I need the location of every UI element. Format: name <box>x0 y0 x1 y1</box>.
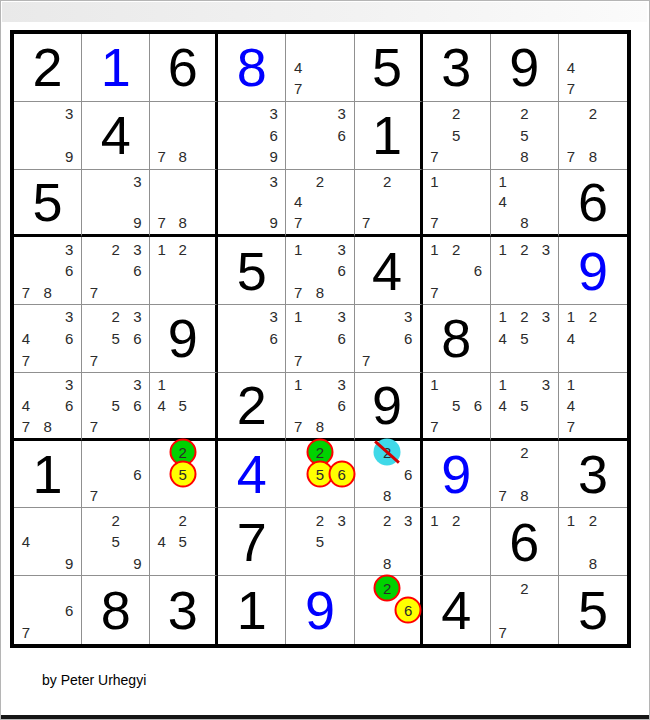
candidate-1: 1 <box>492 171 514 192</box>
candidate-8: 8 <box>37 282 59 304</box>
candidate-3: 3 <box>263 171 285 192</box>
cell-r7c6[interactable]: 268 <box>355 441 423 509</box>
candidate-8: 8 <box>582 553 604 575</box>
candidate-1: 1 <box>492 306 514 328</box>
solved-digit: 9 <box>578 244 608 298</box>
pencil-marks: 27 <box>492 577 557 643</box>
candidate-2: 2 <box>172 509 193 531</box>
candidate-3: 3 <box>331 238 353 260</box>
cell-r2c4[interactable]: 369 <box>218 102 286 170</box>
pencil-marks: 12345 <box>492 306 557 371</box>
candidate-1: 1 <box>151 238 172 260</box>
cell-r5c9[interactable]: 124 <box>559 305 627 373</box>
given-digit: 3 <box>441 40 471 94</box>
candidate-5: 5 <box>445 395 467 416</box>
cell-r8c6[interactable]: 238 <box>355 508 423 576</box>
candidate-1: 1 <box>560 374 582 395</box>
candidate-5: 5 <box>445 124 467 146</box>
candidate-5: 5 <box>309 531 331 553</box>
candidate-8: 8 <box>37 416 59 437</box>
candidate-7: 7 <box>15 349 37 371</box>
candidate-1: 1 <box>492 374 514 395</box>
cell-r1c2[interactable]: 1 <box>82 34 150 102</box>
candidate-3: 3 <box>58 306 80 328</box>
pencil-marks: 257 <box>424 103 489 168</box>
candidate-5: 5 <box>105 395 127 416</box>
pencil-marks: 23567 <box>83 306 148 371</box>
candidate-1: 1 <box>492 238 514 260</box>
cell-r3c5[interactable]: 247 <box>286 170 354 238</box>
given-digit: 8 <box>441 311 471 365</box>
solved-digit: 1 <box>101 40 131 94</box>
candidate-5: 5 <box>513 395 535 416</box>
candidate-6: 6 <box>127 328 149 350</box>
cell-r3c8[interactable]: 148 <box>491 170 559 238</box>
cell-r8c5[interactable]: 235 <box>286 508 354 576</box>
pencil-marks: 39 <box>83 171 148 234</box>
cell-r6c8[interactable]: 1345 <box>491 373 559 441</box>
cell-r7c5[interactable]: 256 <box>286 441 354 509</box>
cell-r2c5[interactable]: 36 <box>286 102 354 170</box>
candidate-2: 2 <box>513 103 535 125</box>
pencil-marks: 27 <box>356 171 419 234</box>
given-digit: 9 <box>168 311 198 365</box>
candidate-7: 7 <box>287 212 309 233</box>
candidate-5: 5 <box>513 328 535 350</box>
candidate-1: 1 <box>560 306 582 328</box>
candidate-6: 6 <box>127 260 149 282</box>
given-digit: 1 <box>33 447 63 501</box>
candidate-7: 7 <box>287 78 309 100</box>
pencil-marks: 3467 <box>15 306 80 371</box>
given-digit: 6 <box>578 175 608 229</box>
candidate-7: 7 <box>356 349 377 371</box>
candidate-5: 5 <box>172 395 193 416</box>
candidate-2: 2 <box>105 509 127 531</box>
candidate-9: 9 <box>58 146 80 168</box>
candidate-8: 8 <box>513 212 535 233</box>
cell-r4c8[interactable]: 123 <box>491 237 559 305</box>
candidate-6: 6 <box>467 260 489 282</box>
pencil-marks: 1567 <box>424 374 489 437</box>
cell-r6c2[interactable]: 3567 <box>82 373 150 441</box>
given-digit: 3 <box>168 583 198 637</box>
candidate-5: 5 <box>105 328 127 350</box>
candidate-9: 9 <box>127 212 149 233</box>
pencil-marks: 3678 <box>15 238 80 303</box>
pencil-marks: 47 <box>287 35 352 100</box>
candidate-8: 8 <box>309 282 331 304</box>
pencil-marks: 1267 <box>424 238 489 303</box>
candidate-8: 8 <box>377 485 398 507</box>
cell-r5c4[interactable]: 36 <box>218 305 286 373</box>
candidate-2-cyan-eliminated: 2 <box>377 442 398 464</box>
pencil-marks: 245 <box>151 509 214 574</box>
candidate-6: 6 <box>398 328 419 350</box>
pencil-marks: 13678 <box>287 238 352 303</box>
pencil-marks: 256 <box>287 442 352 507</box>
candidate-6: 6 <box>58 599 80 621</box>
candidate-6-yellow-circle: 6 <box>398 599 419 621</box>
given-digit: 4 <box>372 244 402 298</box>
pencil-marks: 148 <box>492 171 557 234</box>
cell-r8c3[interactable]: 245 <box>150 508 218 576</box>
cell-r7c8[interactable]: 278 <box>491 441 559 509</box>
candidate-7: 7 <box>151 146 172 168</box>
pencil-marks: 17 <box>424 171 489 234</box>
pencil-marks: 67 <box>15 577 80 643</box>
given-digit: 6 <box>509 515 539 569</box>
cell-r7c9[interactable]: 3 <box>559 441 627 509</box>
pencil-marks: 259 <box>83 509 148 574</box>
cell-r5c3[interactable]: 9 <box>150 305 218 373</box>
candidate-7: 7 <box>151 212 172 233</box>
candidate-3: 3 <box>535 374 557 395</box>
cell-r1c1[interactable]: 2 <box>14 34 82 102</box>
candidate-2-green-circle: 2 <box>377 577 398 599</box>
elimination-strike <box>374 441 400 465</box>
cell-r4c2[interactable]: 2367 <box>82 237 150 305</box>
candidate-6: 6 <box>331 328 353 350</box>
candidate-7: 7 <box>15 416 37 437</box>
candidate-4: 4 <box>492 395 514 416</box>
cell-r9c6[interactable]: 26 <box>355 576 423 644</box>
candidate-2: 2 <box>582 509 604 531</box>
candidate-7: 7 <box>287 416 309 437</box>
candidate-7: 7 <box>492 485 514 507</box>
cell-r8c9[interactable]: 128 <box>559 508 627 576</box>
candidate-2: 2 <box>513 442 535 464</box>
candidate-4: 4 <box>492 328 514 350</box>
pencil-marks: 145 <box>151 374 214 437</box>
candidate-2: 2 <box>105 306 127 328</box>
solved-digit: 9 <box>441 447 471 501</box>
pencil-marks: 26 <box>356 577 419 643</box>
candidate-6-yellow-circle: 6 <box>331 463 353 485</box>
candidate-7: 7 <box>492 621 514 643</box>
cell-r1c4[interactable]: 8 <box>218 34 286 102</box>
cell-r3c3[interactable]: 78 <box>150 170 218 238</box>
candidate-5-yellow-circle: 5 <box>172 463 193 485</box>
given-digit: 4 <box>441 583 471 637</box>
candidate-7: 7 <box>83 282 105 304</box>
pencil-marks: 36 <box>219 306 284 371</box>
candidate-5: 5 <box>513 124 535 146</box>
pencil-marks: 278 <box>560 103 626 168</box>
cell-r1c5[interactable]: 47 <box>286 34 354 102</box>
pencil-marks: 78 <box>151 103 214 168</box>
candidate-6: 6 <box>263 328 285 350</box>
candidate-6: 6 <box>331 124 353 146</box>
candidate-1: 1 <box>424 171 446 192</box>
candidate-8: 8 <box>172 212 193 233</box>
cell-r6c3[interactable]: 145 <box>150 373 218 441</box>
cell-r5c2[interactable]: 23567 <box>82 305 150 373</box>
cell-r6c5[interactable]: 13678 <box>286 373 354 441</box>
cell-r5c7[interactable]: 8 <box>423 305 491 373</box>
cell-r9c9[interactable]: 5 <box>559 576 627 644</box>
candidate-2: 2 <box>445 238 467 260</box>
given-digit: 1 <box>372 108 402 162</box>
cell-r2c8[interactable]: 258 <box>491 102 559 170</box>
cell-r8c1[interactable]: 49 <box>14 508 82 576</box>
pencil-marks: 39 <box>15 103 80 168</box>
candidate-4: 4 <box>151 395 172 416</box>
cell-r7c1[interactable]: 1 <box>14 441 82 509</box>
cell-r8c7[interactable]: 12 <box>423 508 491 576</box>
cell-r9c7[interactable]: 4 <box>423 576 491 644</box>
candidate-7: 7 <box>424 416 446 437</box>
candidate-6: 6 <box>127 395 149 416</box>
cell-r3c6[interactable]: 27 <box>355 170 423 238</box>
pencil-marks: 258 <box>492 103 557 168</box>
pencil-marks: 78 <box>151 171 214 234</box>
candidate-9: 9 <box>127 553 149 575</box>
pencil-marks: 49 <box>15 509 80 574</box>
candidate-7: 7 <box>424 146 446 168</box>
candidate-6: 6 <box>58 328 80 350</box>
pencil-marks: 3567 <box>83 374 148 437</box>
candidate-2: 2 <box>513 238 535 260</box>
given-digit: 9 <box>372 378 402 432</box>
cell-r2c2[interactable]: 4 <box>82 102 150 170</box>
pencil-marks: 47 <box>560 35 626 100</box>
pencil-marks: 2367 <box>83 238 148 303</box>
candidate-9: 9 <box>263 212 285 233</box>
pencil-marks: 128 <box>560 509 626 574</box>
cell-r3c4[interactable]: 39 <box>218 170 286 238</box>
cell-r2c1[interactable]: 39 <box>14 102 82 170</box>
candidate-1: 1 <box>151 374 172 395</box>
cell-r6c9[interactable]: 147 <box>559 373 627 441</box>
cell-r3c9[interactable]: 6 <box>559 170 627 238</box>
candidate-3: 3 <box>398 306 419 328</box>
candidate-8: 8 <box>582 146 604 168</box>
pencil-marks: 367 <box>356 306 419 371</box>
candidate-3: 3 <box>127 238 149 260</box>
candidate-7: 7 <box>424 282 446 304</box>
candidate-9: 9 <box>263 146 285 168</box>
given-digit: 5 <box>372 40 402 94</box>
cell-r3c1[interactable]: 5 <box>14 170 82 238</box>
candidate-7: 7 <box>15 621 37 643</box>
candidate-7: 7 <box>356 212 377 233</box>
pencil-marks: 1367 <box>287 306 352 371</box>
cell-r4c7[interactable]: 1267 <box>423 237 491 305</box>
cell-r1c7[interactable]: 3 <box>423 34 491 102</box>
cell-r6c1[interactable]: 34678 <box>14 373 82 441</box>
cell-r3c7[interactable]: 17 <box>423 170 491 238</box>
cell-r4c6[interactable]: 4 <box>355 237 423 305</box>
candidate-8: 8 <box>377 553 398 575</box>
candidate-6: 6 <box>331 260 353 282</box>
cell-r9c3[interactable]: 3 <box>150 576 218 644</box>
cell-r2c6[interactable]: 1 <box>355 102 423 170</box>
cell-r9c8[interactable]: 27 <box>491 576 559 644</box>
candidate-3: 3 <box>331 374 353 395</box>
candidate-4: 4 <box>287 57 309 79</box>
candidate-7: 7 <box>287 282 309 304</box>
cell-r8c4[interactable]: 7 <box>218 508 286 576</box>
candidate-4: 4 <box>560 328 582 350</box>
given-digit: 5 <box>237 244 267 298</box>
cell-r9c1[interactable]: 67 <box>14 576 82 644</box>
pencil-marks: 34678 <box>15 374 80 437</box>
candidate-2: 2 <box>513 577 535 599</box>
given-digit: 2 <box>33 40 63 94</box>
pencil-marks: 12 <box>151 238 214 303</box>
cell-r2c9[interactable]: 278 <box>559 102 627 170</box>
candidate-7: 7 <box>287 349 309 371</box>
pencil-marks: 36 <box>287 103 352 168</box>
candidate-2: 2 <box>309 509 331 531</box>
candidate-5: 5 <box>172 531 193 553</box>
candidate-6: 6 <box>263 124 285 146</box>
given-digit: 9 <box>509 40 539 94</box>
given-digit: 5 <box>578 583 608 637</box>
candidate-2: 2 <box>105 238 127 260</box>
cell-r4c4[interactable]: 5 <box>218 237 286 305</box>
cell-r6c7[interactable]: 1567 <box>423 373 491 441</box>
candidate-2: 2 <box>377 171 398 192</box>
candidate-6: 6 <box>127 463 149 485</box>
candidate-4: 4 <box>15 531 37 553</box>
pencil-marks: 268 <box>356 442 419 507</box>
pencil-marks: 25 <box>151 442 214 507</box>
candidate-4: 4 <box>287 191 309 212</box>
candidate-3: 3 <box>263 103 285 125</box>
pencil-marks: 123 <box>492 238 557 303</box>
cell-r4c9[interactable]: 9 <box>559 237 627 305</box>
cell-r1c3[interactable]: 6 <box>150 34 218 102</box>
pencil-marks: 235 <box>287 509 352 574</box>
pencil-marks: 12 <box>424 509 489 574</box>
candidate-3: 3 <box>58 238 80 260</box>
pencil-marks: 39 <box>219 171 284 234</box>
candidate-3: 3 <box>331 306 353 328</box>
candidate-8: 8 <box>513 485 535 507</box>
cell-r5c5[interactable]: 1367 <box>286 305 354 373</box>
cell-r7c3[interactable]: 25 <box>150 441 218 509</box>
candidate-7: 7 <box>83 416 105 437</box>
candidate-2: 2 <box>582 306 604 328</box>
solved-digit: 9 <box>305 583 335 637</box>
cell-r6c6[interactable]: 9 <box>355 373 423 441</box>
given-digit: 2 <box>237 378 267 432</box>
candidate-1: 1 <box>287 238 309 260</box>
cell-r2c7[interactable]: 257 <box>423 102 491 170</box>
given-digit: 4 <box>101 108 131 162</box>
given-digit: 1 <box>237 583 267 637</box>
candidate-2: 2 <box>582 103 604 125</box>
candidate-2: 2 <box>172 238 193 260</box>
cell-r6c4[interactable]: 2 <box>218 373 286 441</box>
bottom-window-edge <box>0 715 650 720</box>
cell-r4c5[interactable]: 13678 <box>286 237 354 305</box>
candidate-5: 5 <box>105 531 127 553</box>
pencil-marks: 124 <box>560 306 626 371</box>
cell-r5c6[interactable]: 367 <box>355 305 423 373</box>
cell-r1c8[interactable]: 9 <box>491 34 559 102</box>
solved-digit: 8 <box>237 40 267 94</box>
candidate-3: 3 <box>331 103 353 125</box>
candidate-4: 4 <box>492 191 514 212</box>
candidate-9: 9 <box>58 553 80 575</box>
cell-r9c2[interactable]: 8 <box>82 576 150 644</box>
cell-r1c9[interactable]: 47 <box>559 34 627 102</box>
candidate-3: 3 <box>263 306 285 328</box>
cell-r7c7[interactable]: 9 <box>423 441 491 509</box>
cell-r4c1[interactable]: 3678 <box>14 237 82 305</box>
candidate-3: 3 <box>127 306 149 328</box>
pencil-marks: 278 <box>492 442 557 507</box>
candidate-2: 2 <box>377 509 398 531</box>
given-digit: 7 <box>237 515 267 569</box>
pencil-marks: 247 <box>287 171 352 234</box>
candidate-7: 7 <box>83 349 105 371</box>
candidate-3: 3 <box>398 509 419 531</box>
cell-r5c8[interactable]: 12345 <box>491 305 559 373</box>
candidate-4: 4 <box>151 531 172 553</box>
candidate-6: 6 <box>398 463 419 485</box>
candidate-3: 3 <box>58 374 80 395</box>
cell-r9c5[interactable]: 9 <box>286 576 354 644</box>
candidate-7: 7 <box>424 212 446 233</box>
candidate-1: 1 <box>424 509 446 531</box>
cell-r1c6[interactable]: 5 <box>355 34 423 102</box>
candidate-7: 7 <box>560 416 582 437</box>
pencil-marks: 238 <box>356 509 419 574</box>
title-bar <box>2 2 647 22</box>
candidate-6: 6 <box>467 395 489 416</box>
cell-r9c4[interactable]: 1 <box>218 576 286 644</box>
candidate-1: 1 <box>287 306 309 328</box>
candidate-3: 3 <box>535 238 557 260</box>
candidate-3: 3 <box>58 103 80 125</box>
candidate-7: 7 <box>560 146 582 168</box>
candidate-3: 3 <box>535 306 557 328</box>
pencil-marks: 1345 <box>492 374 557 437</box>
cell-r8c8[interactable]: 6 <box>491 508 559 576</box>
given-digit: 6 <box>168 40 198 94</box>
given-digit: 5 <box>33 175 63 229</box>
candidate-2: 2 <box>513 306 535 328</box>
candidate-7: 7 <box>560 78 582 100</box>
candidate-1: 1 <box>287 374 309 395</box>
sudoku-board: 2168475394739478369361257258278539783924… <box>10 30 631 648</box>
cell-r5c1[interactable]: 3467 <box>14 305 82 373</box>
candidate-4: 4 <box>560 395 582 416</box>
cell-r8c2[interactable]: 259 <box>82 508 150 576</box>
candidate-2: 2 <box>309 171 331 192</box>
credit-text: by Peter Urhegyi <box>42 672 146 688</box>
candidate-4: 4 <box>15 328 37 350</box>
candidate-3: 3 <box>127 374 149 395</box>
pencil-marks: 13678 <box>287 374 352 437</box>
pencil-marks: 147 <box>560 374 626 437</box>
given-digit: 8 <box>101 583 131 637</box>
cell-r7c4[interactable]: 4 <box>218 441 286 509</box>
cell-r3c2[interactable]: 39 <box>82 170 150 238</box>
candidate-6: 6 <box>58 395 80 416</box>
cell-r2c3[interactable]: 78 <box>150 102 218 170</box>
given-digit: 3 <box>578 447 608 501</box>
candidate-3: 3 <box>331 509 353 531</box>
candidate-6: 6 <box>58 260 80 282</box>
cell-r4c3[interactable]: 12 <box>150 237 218 305</box>
cell-r7c2[interactable]: 67 <box>82 441 150 509</box>
candidate-6: 6 <box>331 395 353 416</box>
